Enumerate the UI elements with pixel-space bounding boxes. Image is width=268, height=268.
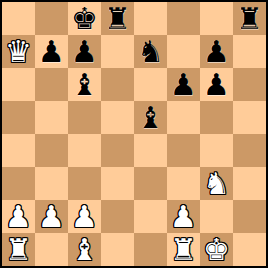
- square-b2[interactable]: ♟: [35, 200, 68, 233]
- square-a8[interactable]: [2, 2, 35, 35]
- piece-white-pawn: ♟: [5, 200, 32, 233]
- square-g2[interactable]: [200, 200, 233, 233]
- square-e4[interactable]: [134, 134, 167, 167]
- square-b5[interactable]: [35, 101, 68, 134]
- piece-black-pawn: ♟: [71, 35, 98, 68]
- piece-white-queen: ♛: [5, 35, 32, 68]
- square-a3[interactable]: [2, 167, 35, 200]
- square-b1[interactable]: [35, 233, 68, 266]
- square-c1[interactable]: ♝: [68, 233, 101, 266]
- square-f7[interactable]: [167, 35, 200, 68]
- square-f6[interactable]: ♟: [167, 68, 200, 101]
- square-c3[interactable]: [68, 167, 101, 200]
- piece-white-rook: ♜: [170, 233, 197, 266]
- piece-black-bishop: ♝: [71, 68, 98, 101]
- square-b8[interactable]: [35, 2, 68, 35]
- piece-black-bishop: ♝: [137, 101, 164, 134]
- piece-black-pawn: ♟: [203, 35, 230, 68]
- square-d3[interactable]: [101, 167, 134, 200]
- square-h7[interactable]: [233, 35, 266, 68]
- square-f1[interactable]: ♜: [167, 233, 200, 266]
- piece-white-pawn: ♟: [71, 200, 98, 233]
- square-e5[interactable]: ♝: [134, 101, 167, 134]
- piece-black-rook: ♜: [104, 2, 131, 35]
- square-b7[interactable]: ♟: [35, 35, 68, 68]
- square-g1[interactable]: ♚: [200, 233, 233, 266]
- square-a1[interactable]: ♜: [2, 233, 35, 266]
- chess-board-frame: ♚♜♜♛♟♟♞♟♝♟♟♝♞♟♟♟♟♜♝♜♚: [0, 0, 268, 268]
- square-g7[interactable]: ♟: [200, 35, 233, 68]
- square-f2[interactable]: ♟: [167, 200, 200, 233]
- square-c5[interactable]: [68, 101, 101, 134]
- square-g5[interactable]: [200, 101, 233, 134]
- square-c7[interactable]: ♟: [68, 35, 101, 68]
- piece-black-pawn: ♟: [38, 35, 65, 68]
- square-f8[interactable]: [167, 2, 200, 35]
- piece-white-pawn: ♟: [170, 200, 197, 233]
- square-h2[interactable]: [233, 200, 266, 233]
- square-g4[interactable]: [200, 134, 233, 167]
- square-e3[interactable]: [134, 167, 167, 200]
- piece-black-king: ♚: [71, 2, 98, 35]
- chess-board: ♚♜♜♛♟♟♞♟♝♟♟♝♞♟♟♟♟♜♝♜♚: [2, 2, 266, 266]
- square-d8[interactable]: ♜: [101, 2, 134, 35]
- square-c8[interactable]: ♚: [68, 2, 101, 35]
- square-h1[interactable]: [233, 233, 266, 266]
- square-d1[interactable]: [101, 233, 134, 266]
- square-d6[interactable]: [101, 68, 134, 101]
- square-f4[interactable]: [167, 134, 200, 167]
- square-e2[interactable]: [134, 200, 167, 233]
- square-d7[interactable]: [101, 35, 134, 68]
- piece-white-knight: ♞: [203, 167, 230, 200]
- piece-black-rook: ♜: [236, 2, 263, 35]
- square-b6[interactable]: [35, 68, 68, 101]
- square-d5[interactable]: [101, 101, 134, 134]
- square-h6[interactable]: [233, 68, 266, 101]
- square-c6[interactable]: ♝: [68, 68, 101, 101]
- square-a5[interactable]: [2, 101, 35, 134]
- square-a2[interactable]: ♟: [2, 200, 35, 233]
- piece-black-pawn: ♟: [203, 68, 230, 101]
- square-a7[interactable]: ♛: [2, 35, 35, 68]
- square-h3[interactable]: [233, 167, 266, 200]
- piece-white-king: ♚: [203, 233, 230, 266]
- square-g3[interactable]: ♞: [200, 167, 233, 200]
- square-h8[interactable]: ♜: [233, 2, 266, 35]
- square-g6[interactable]: ♟: [200, 68, 233, 101]
- square-b3[interactable]: [35, 167, 68, 200]
- square-d4[interactable]: [101, 134, 134, 167]
- square-d2[interactable]: [101, 200, 134, 233]
- square-h5[interactable]: [233, 101, 266, 134]
- square-a6[interactable]: [2, 68, 35, 101]
- piece-black-pawn: ♟: [170, 68, 197, 101]
- piece-white-bishop: ♝: [71, 233, 98, 266]
- square-e1[interactable]: [134, 233, 167, 266]
- square-c2[interactable]: ♟: [68, 200, 101, 233]
- square-c4[interactable]: [68, 134, 101, 167]
- piece-black-knight: ♞: [137, 35, 164, 68]
- square-e6[interactable]: [134, 68, 167, 101]
- piece-white-pawn: ♟: [38, 200, 65, 233]
- square-f3[interactable]: [167, 167, 200, 200]
- square-e7[interactable]: ♞: [134, 35, 167, 68]
- square-b4[interactable]: [35, 134, 68, 167]
- square-e8[interactable]: [134, 2, 167, 35]
- piece-white-rook: ♜: [5, 233, 32, 266]
- square-h4[interactable]: [233, 134, 266, 167]
- square-f5[interactable]: [167, 101, 200, 134]
- square-a4[interactable]: [2, 134, 35, 167]
- square-g8[interactable]: [200, 2, 233, 35]
